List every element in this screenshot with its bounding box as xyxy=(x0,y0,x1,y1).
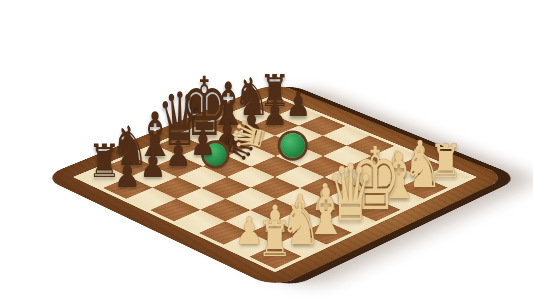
pawn-glyph: ♟ xyxy=(138,147,168,183)
rook-glyph: ♜ xyxy=(255,215,294,264)
pawn-glyph: ♟ xyxy=(112,157,142,193)
pieces-layer: ♛ ♛ ♜♞♝♛♚♝♞♜♟♟♟♟♟♟♟♟♟♟♟♟♟♟♟♟♜♞♝♛♚♝♞♜ xyxy=(0,0,533,300)
chess-set-photo: ♛ ♛ ♜♞♝♛♚♝♞♜♟♟♟♟♟♟♟♟♟♟♟♟♟♟♟♟♜♞♝♛♚♝♞♜ xyxy=(0,0,533,300)
piece-black-pawn: ♟ xyxy=(138,152,168,182)
piece-black-pawn: ♟ xyxy=(112,162,142,192)
piece-white-rook: ♜ xyxy=(255,223,294,262)
felt-base-light-queen xyxy=(280,133,304,157)
